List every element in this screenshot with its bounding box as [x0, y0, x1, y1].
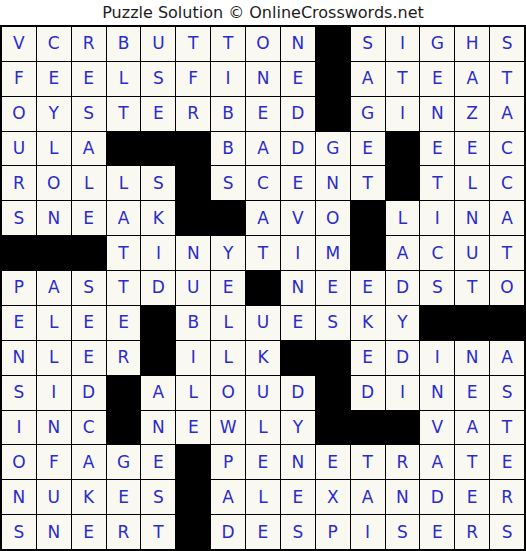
- letter-cell-r1c6: T: [176, 27, 210, 61]
- letter-cell-r8c4: T: [107, 271, 141, 305]
- letter-cell-r4c10: G: [316, 132, 350, 166]
- letter-cell-r12c2: N: [37, 411, 71, 445]
- letter-cell-r15c12: S: [386, 515, 420, 549]
- letter-cell-r8c14: T: [455, 271, 489, 305]
- letter-cell-r12c3: C: [72, 411, 106, 445]
- letter-cell-r4c1: U: [2, 132, 36, 166]
- letter-cell-r14c5: S: [141, 480, 175, 514]
- letter-cell-r11c15: S: [490, 376, 524, 410]
- letter-cell-r8c12: D: [386, 271, 420, 305]
- letter-cell-r12c7: W: [211, 411, 245, 445]
- block-cell-r7c11: [351, 236, 385, 270]
- letter-cell-r1c1: V: [2, 27, 36, 61]
- letter-cell-r2c14: A: [455, 62, 489, 96]
- letter-cell-r6c8: A: [246, 201, 280, 235]
- letter-cell-r8c11: E: [351, 271, 385, 305]
- letter-cell-r13c7: P: [211, 445, 245, 479]
- letter-cell-r1c15: S: [490, 27, 524, 61]
- letter-cell-r13c9: N: [281, 445, 315, 479]
- letter-cell-r10c3: E: [72, 341, 106, 375]
- letter-cell-r13c3: A: [72, 445, 106, 479]
- letter-cell-r1c12: I: [386, 27, 420, 61]
- letter-cell-r1c3: R: [72, 27, 106, 61]
- letter-cell-r3c5: E: [141, 97, 175, 131]
- letter-cell-r13c1: O: [2, 445, 36, 479]
- letter-cell-r3c3: S: [72, 97, 106, 131]
- block-cell-r4c5: [141, 132, 175, 166]
- block-cell-r7c3: [72, 236, 106, 270]
- letter-cell-r1c14: H: [455, 27, 489, 61]
- letter-cell-r9c3: E: [72, 306, 106, 340]
- block-cell-r11c4: [107, 376, 141, 410]
- letter-cell-r1c4: B: [107, 27, 141, 61]
- letter-cell-r4c3: A: [72, 132, 106, 166]
- letter-cell-r5c14: L: [455, 166, 489, 200]
- letter-cell-r13c10: E: [316, 445, 350, 479]
- letter-cell-r6c12: L: [386, 201, 420, 235]
- block-cell-r6c6: [176, 201, 210, 235]
- letter-cell-r12c5: N: [141, 411, 175, 445]
- letter-cell-r14c8: L: [246, 480, 280, 514]
- page-title: Puzzle Solution © OnlineCrosswords.net: [0, 0, 526, 25]
- letter-cell-r3c9: D: [281, 97, 315, 131]
- letter-cell-r4c9: D: [281, 132, 315, 166]
- letter-cell-r6c13: I: [420, 201, 454, 235]
- letter-cell-r2c6: F: [176, 62, 210, 96]
- letter-cell-r11c6: L: [176, 376, 210, 410]
- letter-cell-r7c10: M: [316, 236, 350, 270]
- letter-cell-r11c9: D: [281, 376, 315, 410]
- letter-cell-r3c4: T: [107, 97, 141, 131]
- letter-cell-r12c13: V: [420, 411, 454, 445]
- letter-cell-r9c10: S: [316, 306, 350, 340]
- letter-cell-r10c2: L: [37, 341, 71, 375]
- letter-cell-r10c6: I: [176, 341, 210, 375]
- letter-cell-r9c11: K: [351, 306, 385, 340]
- letter-cell-r2c12: T: [386, 62, 420, 96]
- letter-cell-r7c15: T: [490, 236, 524, 270]
- letter-cell-r6c4: A: [107, 201, 141, 235]
- letter-cell-r10c1: N: [2, 341, 36, 375]
- letter-cell-r8c2: A: [37, 271, 71, 305]
- letter-cell-r12c1: I: [2, 411, 36, 445]
- letter-cell-r14c9: E: [281, 480, 315, 514]
- letter-cell-r12c15: T: [490, 411, 524, 445]
- letter-cell-r1c9: N: [281, 27, 315, 61]
- letter-cell-r8c10: E: [316, 271, 350, 305]
- letter-cell-r15c10: P: [316, 515, 350, 549]
- letter-cell-r9c8: U: [246, 306, 280, 340]
- letter-cell-r4c8: A: [246, 132, 280, 166]
- block-cell-r9c15: [490, 306, 524, 340]
- block-cell-r12c12: [386, 411, 420, 445]
- block-cell-r9c13: [420, 306, 454, 340]
- letter-cell-r11c2: I: [37, 376, 71, 410]
- letter-cell-r13c13: A: [420, 445, 454, 479]
- letter-cell-r14c4: E: [107, 480, 141, 514]
- letter-cell-r5c13: T: [420, 166, 454, 200]
- letter-cell-r13c8: E: [246, 445, 280, 479]
- letter-cell-r11c11: D: [351, 376, 385, 410]
- letter-cell-r3c6: R: [176, 97, 210, 131]
- letter-cell-r15c3: E: [72, 515, 106, 549]
- letter-cell-r3c11: G: [351, 97, 385, 131]
- letter-cell-r2c2: E: [37, 62, 71, 96]
- letter-cell-r11c3: D: [72, 376, 106, 410]
- letter-cell-r3c8: E: [246, 97, 280, 131]
- letter-cell-r2c15: T: [490, 62, 524, 96]
- letter-cell-r2c11: A: [351, 62, 385, 96]
- letter-cell-r7c7: Y: [211, 236, 245, 270]
- letter-cell-r3c14: Z: [455, 97, 489, 131]
- letter-cell-r15c4: R: [107, 515, 141, 549]
- letter-cell-r8c6: U: [176, 271, 210, 305]
- letter-cell-r14c10: X: [316, 480, 350, 514]
- block-cell-r14c6: [176, 480, 210, 514]
- letter-cell-r7c13: C: [420, 236, 454, 270]
- letter-cell-r9c2: L: [37, 306, 71, 340]
- letter-cell-r14c14: E: [455, 480, 489, 514]
- letter-cell-r6c3: E: [72, 201, 106, 235]
- letter-cell-r15c7: D: [211, 515, 245, 549]
- block-cell-r9c5: [141, 306, 175, 340]
- letter-cell-r2c9: E: [281, 62, 315, 96]
- letter-cell-r3c2: Y: [37, 97, 71, 131]
- letter-cell-r9c4: E: [107, 306, 141, 340]
- block-cell-r5c6: [176, 166, 210, 200]
- letter-cell-r1c5: U: [141, 27, 175, 61]
- block-cell-r1c10: [316, 27, 350, 61]
- letter-cell-r5c9: E: [281, 166, 315, 200]
- letter-cell-r4c14: E: [455, 132, 489, 166]
- letter-cell-r7c14: U: [455, 236, 489, 270]
- block-cell-r12c11: [351, 411, 385, 445]
- letter-cell-r1c2: C: [37, 27, 71, 61]
- letter-cell-r7c6: N: [176, 236, 210, 270]
- block-cell-r13c6: [176, 445, 210, 479]
- block-cell-r7c1: [2, 236, 36, 270]
- letter-cell-r13c11: T: [351, 445, 385, 479]
- letter-cell-r4c13: E: [420, 132, 454, 166]
- letter-cell-r9c12: Y: [386, 306, 420, 340]
- letter-cell-r5c3: L: [72, 166, 106, 200]
- letter-cell-r14c15: R: [490, 480, 524, 514]
- block-cell-r4c4: [107, 132, 141, 166]
- letter-cell-r2c13: E: [420, 62, 454, 96]
- letter-cell-r3c7: B: [211, 97, 245, 131]
- letter-cell-r1c8: O: [246, 27, 280, 61]
- letter-cell-r10c15: A: [490, 341, 524, 375]
- letter-cell-r1c13: G: [420, 27, 454, 61]
- letter-cell-r9c7: L: [211, 306, 245, 340]
- letter-cell-r12c8: L: [246, 411, 280, 445]
- block-cell-r10c5: [141, 341, 175, 375]
- letter-cell-r6c5: K: [141, 201, 175, 235]
- letter-cell-r15c15: S: [490, 515, 524, 549]
- letter-cell-r5c7: S: [211, 166, 245, 200]
- letter-cell-r13c15: E: [490, 445, 524, 479]
- block-cell-r4c12: [386, 132, 420, 166]
- letter-cell-r3c1: O: [2, 97, 36, 131]
- block-cell-r8c8: [246, 271, 280, 305]
- letter-cell-r8c3: S: [72, 271, 106, 305]
- letter-cell-r10c11: E: [351, 341, 385, 375]
- letter-cell-r12c14: A: [455, 411, 489, 445]
- letter-cell-r7c9: I: [281, 236, 315, 270]
- letter-cell-r13c14: T: [455, 445, 489, 479]
- crossword-grid: VCRBUTTONSIGHSFEELSFINEATEATOYSTERBEDGIN…: [0, 25, 526, 551]
- block-cell-r2c10: [316, 62, 350, 96]
- letter-cell-r5c11: T: [351, 166, 385, 200]
- block-cell-r7c2: [37, 236, 71, 270]
- block-cell-r9c14: [455, 306, 489, 340]
- letter-cell-r2c4: L: [107, 62, 141, 96]
- letter-cell-r7c12: A: [386, 236, 420, 270]
- letter-cell-r2c5: S: [141, 62, 175, 96]
- letter-cell-r6c15: A: [490, 201, 524, 235]
- letter-cell-r14c2: U: [37, 480, 71, 514]
- letter-cell-r2c1: F: [2, 62, 36, 96]
- letter-cell-r4c15: C: [490, 132, 524, 166]
- letter-cell-r6c10: O: [316, 201, 350, 235]
- letter-cell-r7c5: I: [141, 236, 175, 270]
- letter-cell-r15c5: T: [141, 515, 175, 549]
- letter-cell-r8c1: P: [2, 271, 36, 305]
- block-cell-r11c10: [316, 376, 350, 410]
- letter-cell-r10c4: R: [107, 341, 141, 375]
- letter-cell-r10c13: I: [420, 341, 454, 375]
- letter-cell-r14c12: N: [386, 480, 420, 514]
- letter-cell-r15c11: I: [351, 515, 385, 549]
- letter-cell-r2c3: E: [72, 62, 106, 96]
- letter-cell-r2c7: I: [211, 62, 245, 96]
- block-cell-r6c7: [211, 201, 245, 235]
- letter-cell-r11c5: A: [141, 376, 175, 410]
- letter-cell-r13c2: F: [37, 445, 71, 479]
- letter-cell-r6c1: S: [2, 201, 36, 235]
- letter-cell-r9c6: B: [176, 306, 210, 340]
- letter-cell-r11c14: E: [455, 376, 489, 410]
- letter-cell-r12c6: E: [176, 411, 210, 445]
- letter-cell-r15c2: N: [37, 515, 71, 549]
- letter-cell-r5c15: C: [490, 166, 524, 200]
- block-cell-r10c10: [316, 341, 350, 375]
- letter-cell-r14c13: D: [420, 480, 454, 514]
- letter-cell-r10c12: D: [386, 341, 420, 375]
- block-cell-r12c10: [316, 411, 350, 445]
- block-cell-r10c9: [281, 341, 315, 375]
- block-cell-r15c6: [176, 515, 210, 549]
- letter-cell-r11c1: S: [2, 376, 36, 410]
- letter-cell-r15c13: E: [420, 515, 454, 549]
- letter-cell-r11c13: N: [420, 376, 454, 410]
- letter-cell-r15c8: E: [246, 515, 280, 549]
- letter-cell-r9c9: E: [281, 306, 315, 340]
- letter-cell-r6c9: V: [281, 201, 315, 235]
- letter-cell-r5c5: S: [141, 166, 175, 200]
- letter-cell-r6c2: N: [37, 201, 71, 235]
- letter-cell-r11c7: O: [211, 376, 245, 410]
- letter-cell-r5c2: O: [37, 166, 71, 200]
- letter-cell-r7c8: T: [246, 236, 280, 270]
- letter-cell-r7c4: T: [107, 236, 141, 270]
- letter-cell-r9c1: E: [2, 306, 36, 340]
- letter-cell-r10c7: L: [211, 341, 245, 375]
- letter-cell-r15c1: S: [2, 515, 36, 549]
- letter-cell-r8c15: O: [490, 271, 524, 305]
- letter-cell-r8c9: N: [281, 271, 315, 305]
- letter-cell-r11c12: I: [386, 376, 420, 410]
- letter-cell-r4c2: L: [37, 132, 71, 166]
- letter-cell-r14c1: N: [2, 480, 36, 514]
- letter-cell-r15c9: S: [281, 515, 315, 549]
- block-cell-r3c10: [316, 97, 350, 131]
- letter-cell-r8c13: S: [420, 271, 454, 305]
- letter-cell-r5c4: L: [107, 166, 141, 200]
- letter-cell-r14c3: K: [72, 480, 106, 514]
- letter-cell-r4c7: B: [211, 132, 245, 166]
- letter-cell-r2c8: N: [246, 62, 280, 96]
- block-cell-r12c4: [107, 411, 141, 445]
- letter-cell-r4c11: E: [351, 132, 385, 166]
- block-cell-r5c12: [386, 166, 420, 200]
- letter-cell-r14c7: A: [211, 480, 245, 514]
- letter-cell-r1c11: S: [351, 27, 385, 61]
- letter-cell-r5c8: C: [246, 166, 280, 200]
- block-cell-r4c6: [176, 132, 210, 166]
- letter-cell-r1c7: T: [211, 27, 245, 61]
- letter-cell-r13c12: R: [386, 445, 420, 479]
- letter-cell-r10c8: K: [246, 341, 280, 375]
- letter-cell-r10c14: N: [455, 341, 489, 375]
- letter-cell-r14c11: A: [351, 480, 385, 514]
- letter-cell-r15c14: R: [455, 515, 489, 549]
- letter-cell-r12c9: Y: [281, 411, 315, 445]
- letter-cell-r3c12: I: [386, 97, 420, 131]
- letter-cell-r3c15: A: [490, 97, 524, 131]
- letter-cell-r6c14: N: [455, 201, 489, 235]
- letter-cell-r5c10: N: [316, 166, 350, 200]
- letter-cell-r13c4: G: [107, 445, 141, 479]
- letter-cell-r8c7: E: [211, 271, 245, 305]
- letter-cell-r11c8: U: [246, 376, 280, 410]
- letter-cell-r8c5: D: [141, 271, 175, 305]
- block-cell-r6c11: [351, 201, 385, 235]
- letter-cell-r13c5: E: [141, 445, 175, 479]
- letter-cell-r3c13: N: [420, 97, 454, 131]
- letter-cell-r5c1: R: [2, 166, 36, 200]
